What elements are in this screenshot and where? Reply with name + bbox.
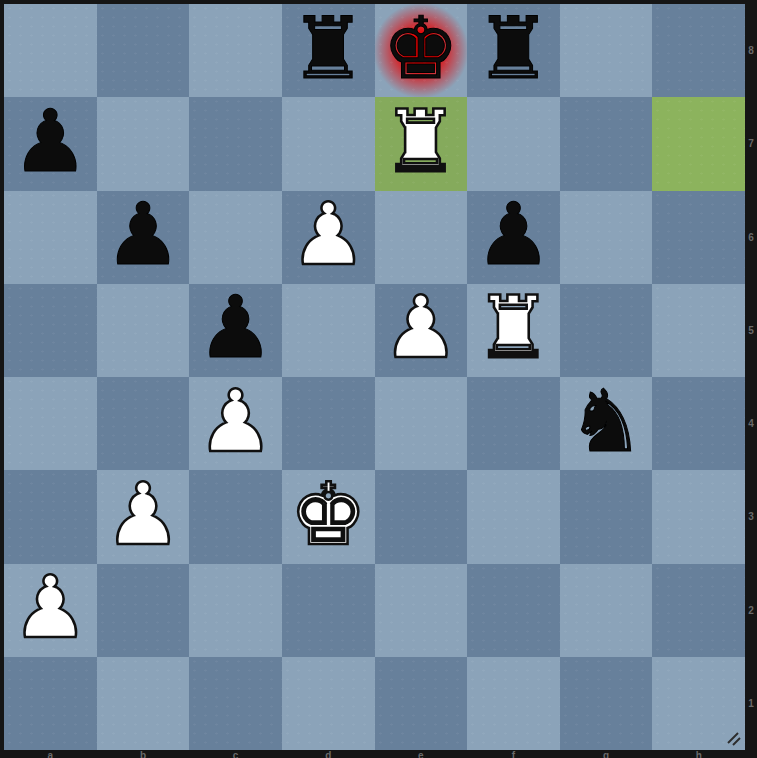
square-g6[interactable] (560, 191, 653, 284)
rank-label-4: 4 (745, 377, 757, 470)
square-c4[interactable]: ♟ (189, 377, 282, 470)
square-b2[interactable] (97, 564, 190, 657)
square-g4[interactable]: ♞ (560, 377, 653, 470)
square-b5[interactable] (97, 284, 190, 377)
rank-label-3: 3 (745, 470, 757, 563)
square-a7[interactable]: ♟ (4, 97, 97, 190)
rank-label-7: 7 (745, 97, 757, 190)
rank-label-5: 5 (745, 284, 757, 377)
piece-black-rook[interactable]: ♜ (290, 5, 367, 91)
piece-white-pawn[interactable]: ♟ (197, 378, 274, 464)
square-h7[interactable] (652, 97, 745, 190)
file-label-d: d (282, 750, 375, 758)
square-d7[interactable] (282, 97, 375, 190)
file-label-c: c (189, 750, 282, 758)
square-e6[interactable] (375, 191, 468, 284)
square-f2[interactable] (467, 564, 560, 657)
rank-label-1: 1 (745, 657, 757, 750)
square-a3[interactable] (4, 470, 97, 563)
square-b1[interactable] (97, 657, 190, 750)
piece-white-pawn[interactable]: ♟ (382, 284, 459, 370)
square-g1[interactable] (560, 657, 653, 750)
square-d2[interactable] (282, 564, 375, 657)
square-b6[interactable]: ♟ (97, 191, 190, 284)
square-g5[interactable] (560, 284, 653, 377)
square-b7[interactable] (97, 97, 190, 190)
square-e2[interactable] (375, 564, 468, 657)
resize-handle-icon[interactable] (726, 731, 741, 746)
piece-white-pawn[interactable]: ♟ (104, 471, 181, 557)
rank-label-2: 2 (745, 564, 757, 657)
square-c5[interactable]: ♟ (189, 284, 282, 377)
square-a5[interactable] (4, 284, 97, 377)
square-f5[interactable]: ♜ (467, 284, 560, 377)
chess-board: ♜♚♜♟♜♟♟♟♟♟♜♟♞♟♚♟ (4, 4, 745, 750)
square-b3[interactable]: ♟ (97, 470, 190, 563)
square-b4[interactable] (97, 377, 190, 470)
square-h3[interactable] (652, 470, 745, 563)
square-c2[interactable] (189, 564, 282, 657)
rank-label-8: 8 (745, 4, 757, 97)
square-d1[interactable] (282, 657, 375, 750)
piece-white-pawn[interactable]: ♟ (12, 564, 89, 650)
square-d5[interactable] (282, 284, 375, 377)
file-label-g: g (560, 750, 653, 758)
square-c8[interactable] (189, 4, 282, 97)
piece-black-rook[interactable]: ♜ (475, 5, 552, 91)
piece-white-king[interactable]: ♚ (290, 471, 367, 557)
square-a8[interactable] (4, 4, 97, 97)
square-d3[interactable]: ♚ (282, 470, 375, 563)
square-f7[interactable] (467, 97, 560, 190)
square-a2[interactable]: ♟ (4, 564, 97, 657)
square-h2[interactable] (652, 564, 745, 657)
square-e4[interactable] (375, 377, 468, 470)
square-a6[interactable] (4, 191, 97, 284)
square-f3[interactable] (467, 470, 560, 563)
file-label-f: f (467, 750, 560, 758)
rank-coordinates: 87654321 (745, 4, 757, 750)
square-a1[interactable] (4, 657, 97, 750)
piece-black-pawn[interactable]: ♟ (475, 191, 552, 277)
square-f6[interactable]: ♟ (467, 191, 560, 284)
file-label-a: a (4, 750, 97, 758)
piece-black-knight[interactable]: ♞ (568, 378, 645, 464)
rank-label-6: 6 (745, 191, 757, 284)
piece-black-pawn[interactable]: ♟ (104, 191, 181, 277)
square-h8[interactable] (652, 4, 745, 97)
piece-black-king[interactable]: ♚ (382, 5, 459, 91)
square-h4[interactable] (652, 377, 745, 470)
square-g8[interactable] (560, 4, 653, 97)
piece-white-rook[interactable]: ♜ (382, 98, 459, 184)
square-c6[interactable] (189, 191, 282, 284)
square-e1[interactable] (375, 657, 468, 750)
square-a4[interactable] (4, 377, 97, 470)
file-label-h: h (652, 750, 745, 758)
square-g3[interactable] (560, 470, 653, 563)
file-coordinates: abcdefgh (4, 750, 745, 758)
square-e7[interactable]: ♜ (375, 97, 468, 190)
piece-black-pawn[interactable]: ♟ (197, 284, 274, 370)
piece-white-pawn[interactable]: ♟ (290, 191, 367, 277)
square-f4[interactable] (467, 377, 560, 470)
square-b8[interactable] (97, 4, 190, 97)
square-h5[interactable] (652, 284, 745, 377)
square-c1[interactable] (189, 657, 282, 750)
piece-white-rook[interactable]: ♜ (475, 284, 552, 370)
piece-black-pawn[interactable]: ♟ (12, 98, 89, 184)
square-c7[interactable] (189, 97, 282, 190)
square-e8[interactable]: ♚ (375, 4, 468, 97)
file-label-e: e (375, 750, 468, 758)
square-g7[interactable] (560, 97, 653, 190)
square-d6[interactable]: ♟ (282, 191, 375, 284)
square-c3[interactable] (189, 470, 282, 563)
square-f1[interactable] (467, 657, 560, 750)
square-f8[interactable]: ♜ (467, 4, 560, 97)
square-d4[interactable] (282, 377, 375, 470)
square-g2[interactable] (560, 564, 653, 657)
square-e3[interactable] (375, 470, 468, 563)
square-d8[interactable]: ♜ (282, 4, 375, 97)
square-e5[interactable]: ♟ (375, 284, 468, 377)
square-h6[interactable] (652, 191, 745, 284)
file-label-b: b (97, 750, 190, 758)
